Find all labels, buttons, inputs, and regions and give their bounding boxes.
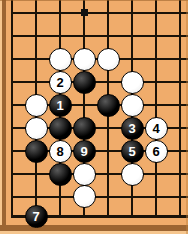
intersection-c5-r1 xyxy=(96,0,120,25)
intersection-c2-r4 xyxy=(24,71,48,94)
intersection-c3-r3 xyxy=(48,48,72,71)
intersection-c1-r1 xyxy=(0,0,24,25)
go-board: 213489567 xyxy=(0,0,188,226)
intersection-c4-r6 xyxy=(72,117,96,140)
intersection-c8-r3 xyxy=(168,48,188,71)
white-stone xyxy=(25,117,48,140)
intersection-c5-r3 xyxy=(96,48,120,71)
intersection-c1-r5 xyxy=(0,94,24,117)
intersection-c8-r10 xyxy=(168,207,188,226)
intersection-c8-r5 xyxy=(168,94,188,117)
intersection-c6-r5 xyxy=(120,94,144,117)
intersection-c5-r4 xyxy=(96,71,120,94)
intersection-c2-r6 xyxy=(24,117,48,140)
intersection-c7-r7: 6 xyxy=(144,140,168,163)
intersection-c3-r10 xyxy=(48,207,72,226)
intersection-c8-r9 xyxy=(168,186,188,208)
intersection-c4-r3 xyxy=(72,48,96,71)
intersection-c1-r7 xyxy=(0,140,24,163)
black-stone xyxy=(73,71,96,94)
intersection-c1-r2 xyxy=(0,25,24,48)
intersection-c3-r4: 2 xyxy=(48,71,72,94)
intersection-c4-r4 xyxy=(72,71,96,94)
black-stone-move-5: 5 xyxy=(121,140,144,163)
intersection-c7-r9 xyxy=(144,186,168,208)
intersection-c3-r2 xyxy=(48,25,72,48)
intersection-c8-r8 xyxy=(168,163,188,186)
white-stone-move-6: 6 xyxy=(145,140,168,163)
black-stone-move-3: 3 xyxy=(121,117,144,140)
board-frame-bottom-bevel xyxy=(0,231,188,234)
intersection-c2-r8 xyxy=(24,163,48,186)
intersection-c1-r4 xyxy=(0,71,24,94)
intersection-c1-r8 xyxy=(0,163,24,186)
black-stone xyxy=(25,140,48,163)
intersection-c5-r2 xyxy=(96,25,120,48)
intersection-c8-r1 xyxy=(168,0,188,25)
intersection-c8-r6 xyxy=(168,117,188,140)
intersection-c7-r4 xyxy=(144,71,168,94)
intersection-c1-r10 xyxy=(0,207,24,226)
intersection-c6-r2 xyxy=(120,25,144,48)
intersection-c5-r8 xyxy=(96,163,120,186)
intersection-c7-r5 xyxy=(144,94,168,117)
intersection-c4-r9 xyxy=(72,186,96,208)
intersection-c7-r6: 4 xyxy=(144,117,168,140)
intersection-c3-r6 xyxy=(48,117,72,140)
intersection-c1-r9 xyxy=(0,186,24,208)
black-stone xyxy=(97,94,120,117)
intersection-c2-r1 xyxy=(24,0,48,25)
intersection-c2-r9 xyxy=(24,186,48,208)
star-point xyxy=(81,9,88,16)
intersection-c4-r10 xyxy=(72,207,96,226)
intersection-c2-r7 xyxy=(24,140,48,163)
white-stone xyxy=(25,94,48,117)
intersection-c7-r1 xyxy=(144,0,168,25)
white-stone-move-4: 4 xyxy=(145,117,168,140)
black-stone xyxy=(49,117,72,140)
intersection-c6-r6: 3 xyxy=(120,117,144,140)
intersection-c6-r4 xyxy=(120,71,144,94)
intersection-c6-r9 xyxy=(120,186,144,208)
intersection-c6-r10 xyxy=(120,207,144,226)
intersection-c2-r3 xyxy=(24,48,48,71)
intersection-c4-r1 xyxy=(72,0,96,25)
intersection-c2-r10: 7 xyxy=(24,207,48,226)
black-stone-move-7: 7 xyxy=(25,205,48,228)
intersection-c1-r6 xyxy=(0,117,24,140)
white-stone xyxy=(73,185,96,208)
intersection-c7-r10 xyxy=(144,207,168,226)
white-stone xyxy=(97,48,120,71)
intersection-c6-r7: 5 xyxy=(120,140,144,163)
intersection-c4-r8 xyxy=(72,163,96,186)
intersection-c3-r9 xyxy=(48,186,72,208)
white-stone xyxy=(73,48,96,71)
intersection-c7-r8 xyxy=(144,163,168,186)
intersection-c5-r5 xyxy=(96,94,120,117)
intersection-c4-r5 xyxy=(72,94,96,117)
black-stone xyxy=(49,163,72,186)
intersection-c7-r3 xyxy=(144,48,168,71)
black-stone-move-9: 9 xyxy=(73,140,96,163)
intersection-c6-r3 xyxy=(120,48,144,71)
intersection-c5-r9 xyxy=(96,186,120,208)
intersection-c6-r8 xyxy=(120,163,144,186)
black-stone xyxy=(73,117,96,140)
white-stone xyxy=(73,163,96,186)
intersection-c1-r3 xyxy=(0,48,24,71)
white-stone xyxy=(121,94,144,117)
intersection-c6-r1 xyxy=(120,0,144,25)
intersection-c3-r1 xyxy=(48,0,72,25)
white-stone xyxy=(121,71,144,94)
intersection-c4-r2 xyxy=(72,25,96,48)
intersection-c7-r2 xyxy=(144,25,168,48)
intersection-c8-r7 xyxy=(168,140,188,163)
intersection-c5-r6 xyxy=(96,117,120,140)
white-stone-move-2: 2 xyxy=(49,71,72,94)
intersection-c5-r7 xyxy=(96,140,120,163)
intersection-c2-r5 xyxy=(24,94,48,117)
intersection-c3-r8 xyxy=(48,163,72,186)
black-stone-move-1: 1 xyxy=(49,94,72,117)
intersection-c8-r2 xyxy=(168,25,188,48)
intersection-c3-r5: 1 xyxy=(48,94,72,117)
white-stone-move-8: 8 xyxy=(49,140,72,163)
white-stone xyxy=(121,163,144,186)
intersection-c8-r4 xyxy=(168,71,188,94)
go-diagram: 213489567 xyxy=(0,0,188,234)
intersection-c2-r2 xyxy=(24,25,48,48)
white-stone xyxy=(49,48,72,71)
intersection-c3-r7: 8 xyxy=(48,140,72,163)
intersection-c5-r10 xyxy=(96,207,120,226)
intersection-c4-r7: 9 xyxy=(72,140,96,163)
